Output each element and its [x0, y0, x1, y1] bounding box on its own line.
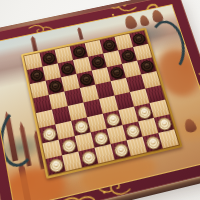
piece-light-d2[interactable]: [93, 130, 109, 145]
piece-dark-d8[interactable]: [71, 45, 86, 59]
painted-dome: [139, 14, 150, 26]
piece-light-h2[interactable]: [156, 116, 172, 131]
painted-dome: [123, 15, 138, 30]
piece-dark-d6[interactable]: [78, 72, 93, 86]
piece-dark-e7[interactable]: [90, 55, 105, 69]
piece-dark-f8[interactable]: [101, 38, 116, 51]
painted-tower: [76, 27, 85, 41]
piece-dark-b8[interactable]: [41, 51, 56, 65]
piece-dark-g7[interactable]: [120, 49, 135, 63]
piece-light-a1[interactable]: [48, 157, 64, 173]
piece-light-e3[interactable]: [105, 112, 121, 127]
piece-light-b2[interactable]: [60, 138, 76, 154]
piece-dark-a7[interactable]: [29, 68, 44, 82]
piece-dark-h6[interactable]: [139, 59, 155, 73]
piece-light-g3[interactable]: [136, 105, 152, 120]
piece-light-f2[interactable]: [124, 123, 140, 138]
piece-light-g1[interactable]: [144, 135, 161, 151]
painted-tower: [29, 35, 39, 51]
square-h1[interactable]: [158, 129, 178, 148]
piece-dark-f6[interactable]: [109, 66, 124, 80]
piece-light-e1[interactable]: [112, 142, 128, 158]
piece-light-c1[interactable]: [80, 150, 96, 166]
piece-dark-b6[interactable]: [47, 79, 62, 93]
piece-light-c3[interactable]: [73, 119, 89, 134]
piece-dark-h8[interactable]: [131, 32, 146, 45]
piece-light-a3[interactable]: [41, 126, 57, 141]
photo-background: [0, 0, 200, 200]
artwork-border-panel: [0, 4, 200, 200]
painted-dome: [183, 118, 198, 134]
game-box: [0, 0, 200, 200]
piece-dark-c7[interactable]: [60, 62, 75, 76]
